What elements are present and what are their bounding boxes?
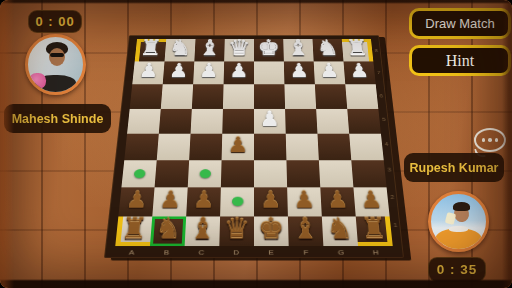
square-g7[interactable]: ♟ bbox=[314, 61, 346, 84]
piece-silver-pawn[interactable]: ♟ bbox=[319, 62, 340, 81]
square-c8[interactable]: ♝ bbox=[194, 39, 224, 61]
square-h3[interactable] bbox=[351, 160, 386, 187]
piece-brown-king[interactable]: ♚ bbox=[258, 215, 285, 244]
chess-game-screen: 0 : 00 Mahesh Shinde Draw Match Hint Rup… bbox=[0, 0, 512, 288]
file-label: E bbox=[254, 248, 289, 256]
square-d5[interactable] bbox=[222, 108, 254, 133]
square-d8[interactable]: ♛ bbox=[224, 39, 254, 61]
square-a3[interactable] bbox=[121, 160, 156, 187]
piece-silver-pawn[interactable]: ♟ bbox=[289, 62, 309, 81]
square-h8[interactable]: ♜ bbox=[342, 39, 374, 61]
file-label: H bbox=[358, 248, 394, 256]
rank-label: 7 bbox=[377, 70, 381, 74]
my-timer: 0 : 35 bbox=[428, 257, 486, 282]
piece-silver-knight[interactable]: ♞ bbox=[168, 38, 192, 60]
square-c7[interactable]: ♟ bbox=[193, 61, 224, 84]
piece-brown-pawn[interactable]: ♟ bbox=[125, 188, 149, 211]
square-b7[interactable]: ♟ bbox=[163, 61, 195, 84]
piece-silver-queen[interactable]: ♛ bbox=[228, 38, 251, 60]
square-e6[interactable] bbox=[254, 84, 285, 108]
file-label: C bbox=[184, 248, 219, 256]
square-e3[interactable] bbox=[254, 160, 287, 187]
square-g4[interactable] bbox=[317, 134, 351, 160]
piece-silver-pawn[interactable]: ♟ bbox=[349, 62, 370, 81]
square-f1[interactable]: ♝ bbox=[288, 216, 323, 246]
rank-label: 3 bbox=[387, 167, 391, 172]
file-labels: ABCDEFGH bbox=[114, 246, 394, 258]
square-e1[interactable]: ♚ bbox=[254, 216, 289, 246]
square-b3[interactable] bbox=[155, 160, 190, 187]
square-d6[interactable] bbox=[223, 84, 254, 108]
square-e8[interactable]: ♚ bbox=[254, 39, 284, 61]
rank-label: 4 bbox=[385, 142, 389, 147]
piece-silver-pawn[interactable]: ♟ bbox=[260, 109, 280, 129]
square-b5[interactable] bbox=[159, 108, 192, 133]
square-c6[interactable] bbox=[192, 84, 224, 108]
square-g6[interactable] bbox=[315, 84, 347, 108]
square-f8[interactable]: ♝ bbox=[283, 39, 313, 61]
rank-label: 8 bbox=[375, 49, 379, 53]
square-c4[interactable] bbox=[189, 134, 222, 160]
piece-silver-knight[interactable]: ♞ bbox=[316, 38, 340, 60]
piece-silver-rook[interactable]: ♜ bbox=[345, 38, 370, 60]
square-b1[interactable]: ♞ bbox=[150, 216, 186, 246]
opponent-avatar[interactable] bbox=[25, 34, 86, 95]
piece-brown-pawn[interactable]: ♟ bbox=[193, 188, 215, 211]
avatar-hair bbox=[453, 202, 470, 211]
square-b6[interactable] bbox=[161, 84, 193, 108]
square-h6[interactable] bbox=[345, 84, 378, 108]
piece-brown-pawn[interactable]: ♟ bbox=[293, 188, 315, 211]
file-label: G bbox=[323, 248, 358, 256]
rank-label: 2 bbox=[390, 194, 394, 199]
opponent-timer: 0 : 00 bbox=[28, 10, 82, 33]
square-c1[interactable]: ♝ bbox=[185, 216, 220, 246]
square-f7[interactable]: ♟ bbox=[284, 61, 315, 84]
move-hint-dot[interactable] bbox=[199, 169, 211, 178]
hint-button[interactable]: Hint bbox=[409, 45, 511, 76]
square-e5[interactable]: ♟ bbox=[254, 108, 286, 133]
piece-silver-pawn[interactable]: ♟ bbox=[199, 62, 219, 81]
avatar-drinking-glass bbox=[445, 212, 456, 225]
file-label: F bbox=[289, 248, 324, 256]
chat-bubble-icon[interactable] bbox=[474, 128, 506, 152]
square-e7[interactable] bbox=[254, 61, 284, 84]
square-d7[interactable]: ♟ bbox=[224, 61, 254, 84]
piece-brown-bishop[interactable]: ♝ bbox=[292, 215, 319, 244]
board-grid: ♜♞♝♛♚♝♞♜♟♟♟♟♟♟♟♟♟♟♟♟♟♟♟♟♜♞♝♛♚♝♞♜ bbox=[115, 39, 392, 246]
move-hint-dot[interactable] bbox=[133, 169, 145, 178]
square-f4[interactable] bbox=[286, 134, 319, 160]
file-label: A bbox=[114, 248, 150, 256]
rank-label: 5 bbox=[382, 117, 386, 122]
piece-silver-pawn[interactable]: ♟ bbox=[138, 62, 159, 81]
square-h5[interactable] bbox=[347, 108, 381, 133]
square-c3[interactable] bbox=[188, 160, 222, 187]
square-a6[interactable] bbox=[130, 84, 163, 108]
square-h4[interactable] bbox=[349, 134, 383, 160]
piece-brown-pawn[interactable]: ♟ bbox=[326, 188, 349, 211]
square-d4[interactable]: ♟ bbox=[222, 134, 254, 160]
piece-brown-bishop[interactable]: ♝ bbox=[189, 215, 216, 244]
square-a5[interactable] bbox=[127, 108, 161, 133]
square-d1[interactable]: ♛ bbox=[219, 216, 254, 246]
piece-brown-pawn[interactable]: ♟ bbox=[159, 188, 182, 211]
piece-brown-queen[interactable]: ♛ bbox=[223, 215, 250, 244]
piece-silver-rook[interactable]: ♜ bbox=[138, 38, 163, 60]
rank-label: 1 bbox=[393, 222, 397, 228]
piece-silver-bishop[interactable]: ♝ bbox=[287, 38, 311, 60]
piece-silver-bishop[interactable]: ♝ bbox=[198, 38, 222, 60]
avatar-flowers bbox=[29, 73, 46, 89]
chess-board: ♜♞♝♛♚♝♞♜♟♟♟♟♟♟♟♟♟♟♟♟♟♟♟♟♜♞♝♛♚♝♞♜ ABCDEFG… bbox=[104, 14, 404, 258]
piece-silver-pawn[interactable]: ♟ bbox=[229, 62, 249, 81]
file-label: B bbox=[149, 248, 184, 256]
piece-brown-knight[interactable]: ♞ bbox=[154, 215, 182, 244]
avatar-sunglasses bbox=[50, 53, 64, 57]
square-f3[interactable] bbox=[286, 160, 320, 187]
piece-brown-pawn[interactable]: ♟ bbox=[359, 188, 383, 211]
square-g5[interactable] bbox=[316, 108, 349, 133]
piece-brown-rook[interactable]: ♜ bbox=[120, 215, 149, 244]
my-name: Rupesh Kumar bbox=[404, 153, 504, 182]
square-g1[interactable]: ♞ bbox=[322, 216, 358, 246]
square-h7[interactable]: ♟ bbox=[343, 61, 375, 84]
square-f5[interactable] bbox=[285, 108, 317, 133]
square-a7[interactable]: ♟ bbox=[132, 61, 164, 84]
draw-match-button[interactable]: Draw Match bbox=[409, 8, 511, 39]
avatar-face bbox=[49, 48, 65, 66]
piece-silver-pawn[interactable]: ♟ bbox=[168, 62, 189, 81]
square-e4[interactable] bbox=[254, 134, 286, 160]
opponent-name: Mahesh Shinde bbox=[4, 104, 111, 133]
square-c5[interactable] bbox=[191, 108, 223, 133]
square-h1[interactable]: ♜ bbox=[356, 216, 393, 246]
piece-brown-pawn[interactable]: ♟ bbox=[227, 134, 248, 155]
piece-brown-knight[interactable]: ♞ bbox=[326, 215, 354, 244]
piece-silver-king[interactable]: ♚ bbox=[257, 38, 280, 60]
square-g3[interactable] bbox=[319, 160, 354, 187]
square-a8[interactable]: ♜ bbox=[135, 39, 167, 61]
square-a1[interactable]: ♜ bbox=[115, 216, 152, 246]
square-b8[interactable]: ♞ bbox=[165, 39, 196, 61]
square-d3[interactable] bbox=[221, 160, 254, 187]
my-avatar[interactable] bbox=[428, 191, 489, 252]
piece-brown-pawn[interactable]: ♟ bbox=[260, 188, 282, 211]
file-label: D bbox=[219, 248, 254, 256]
rank-label: 6 bbox=[379, 93, 383, 98]
square-f6[interactable] bbox=[284, 84, 316, 108]
square-a4[interactable] bbox=[124, 134, 158, 160]
piece-brown-rook[interactable]: ♜ bbox=[359, 215, 388, 244]
avatar-collar bbox=[449, 226, 468, 232]
square-b4[interactable] bbox=[157, 134, 191, 160]
square-g8[interactable]: ♞ bbox=[312, 39, 343, 61]
move-hint-dot[interactable] bbox=[231, 197, 243, 206]
board-frame: ♜♞♝♛♚♝♞♜♟♟♟♟♟♟♟♟♟♟♟♟♟♟♟♟♜♞♝♛♚♝♞♜ ABCDEFG… bbox=[104, 35, 404, 258]
